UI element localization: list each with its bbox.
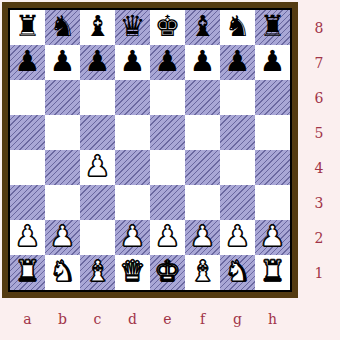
piece-bP-f7[interactable]: ♟	[190, 47, 216, 76]
rank-label-7: 7	[300, 45, 338, 80]
piece-bP-c7[interactable]: ♟	[85, 47, 111, 76]
square-a6[interactable]	[10, 80, 45, 115]
square-d4[interactable]	[115, 150, 150, 185]
piece-wB-c1[interactable]: ♝	[85, 257, 111, 286]
board-frame: ♜♞♝♛♚♝♞♜♟♟♟♟♟♟♟♟♟♟♟♟♟♟♟♟♜♞♝♛♚♝♞♜	[2, 2, 298, 298]
square-g1[interactable]: ♞	[220, 255, 255, 290]
square-e3[interactable]	[150, 185, 185, 220]
file-label-c: c	[80, 306, 115, 332]
piece-bR-a8[interactable]: ♜	[15, 12, 41, 41]
piece-wB-f1[interactable]: ♝	[190, 257, 216, 286]
piece-wK-e1[interactable]: ♚	[155, 257, 181, 286]
piece-wP-h2[interactable]: ♟	[260, 222, 286, 251]
square-b3[interactable]	[45, 185, 80, 220]
square-f4[interactable]	[185, 150, 220, 185]
square-f6[interactable]	[185, 80, 220, 115]
square-h4[interactable]	[255, 150, 290, 185]
square-d2[interactable]: ♟	[115, 220, 150, 255]
square-h8[interactable]: ♜	[255, 10, 290, 45]
rank-label-1: 1	[300, 255, 338, 290]
square-b5[interactable]	[45, 115, 80, 150]
square-g8[interactable]: ♞	[220, 10, 255, 45]
piece-bP-h7[interactable]: ♟	[260, 47, 286, 76]
square-e8[interactable]: ♚	[150, 10, 185, 45]
square-d1[interactable]: ♛	[115, 255, 150, 290]
square-e6[interactable]	[150, 80, 185, 115]
rank-label-2: 2	[300, 220, 338, 255]
square-a7[interactable]: ♟	[10, 45, 45, 80]
square-e7[interactable]: ♟	[150, 45, 185, 80]
square-b4[interactable]	[45, 150, 80, 185]
piece-bP-e7[interactable]: ♟	[155, 47, 181, 76]
piece-wR-h1[interactable]: ♜	[260, 257, 286, 286]
chess-board: ♜♞♝♛♚♝♞♜♟♟♟♟♟♟♟♟♟♟♟♟♟♟♟♟♜♞♝♛♚♝♞♜	[10, 10, 290, 290]
piece-wP-g2[interactable]: ♟	[225, 222, 251, 251]
square-h7[interactable]: ♟	[255, 45, 290, 80]
piece-wP-d2[interactable]: ♟	[120, 222, 146, 251]
square-c7[interactable]: ♟	[80, 45, 115, 80]
piece-bN-g8[interactable]: ♞	[225, 12, 251, 41]
square-a2[interactable]: ♟	[10, 220, 45, 255]
square-d6[interactable]	[115, 80, 150, 115]
piece-bP-g7[interactable]: ♟	[225, 47, 251, 76]
rank-labels: 87654321	[300, 10, 338, 290]
square-h3[interactable]	[255, 185, 290, 220]
chess-diagram: ♜♞♝♛♚♝♞♜♟♟♟♟♟♟♟♟♟♟♟♟♟♟♟♟♜♞♝♛♚♝♞♜ 8765432…	[0, 0, 340, 340]
piece-wP-e2[interactable]: ♟	[155, 222, 181, 251]
square-c3[interactable]	[80, 185, 115, 220]
square-f8[interactable]: ♝	[185, 10, 220, 45]
file-labels: abcdefgh	[10, 306, 290, 332]
square-e2[interactable]: ♟	[150, 220, 185, 255]
file-label-d: d	[115, 306, 150, 332]
piece-wN-b1[interactable]: ♞	[50, 257, 76, 286]
piece-bP-a7[interactable]: ♟	[15, 47, 41, 76]
square-a1[interactable]: ♜	[10, 255, 45, 290]
piece-bK-e8[interactable]: ♚	[155, 12, 181, 41]
rank-label-5: 5	[300, 115, 338, 150]
square-g6[interactable]	[220, 80, 255, 115]
square-d8[interactable]: ♛	[115, 10, 150, 45]
piece-wP-b2[interactable]: ♟	[50, 222, 76, 251]
file-label-g: g	[220, 306, 255, 332]
square-f2[interactable]: ♟	[185, 220, 220, 255]
square-g2[interactable]: ♟	[220, 220, 255, 255]
rank-label-8: 8	[300, 10, 338, 45]
file-label-e: e	[150, 306, 185, 332]
square-a8[interactable]: ♜	[10, 10, 45, 45]
square-d5[interactable]	[115, 115, 150, 150]
square-b6[interactable]	[45, 80, 80, 115]
piece-wP-a2[interactable]: ♟	[15, 222, 41, 251]
square-a4[interactable]	[10, 150, 45, 185]
piece-bQ-d8[interactable]: ♛	[120, 12, 146, 41]
square-c6[interactable]	[80, 80, 115, 115]
square-e5[interactable]	[150, 115, 185, 150]
square-a3[interactable]	[10, 185, 45, 220]
square-e1[interactable]: ♚	[150, 255, 185, 290]
square-b7[interactable]: ♟	[45, 45, 80, 80]
piece-bB-c8[interactable]: ♝	[85, 12, 111, 41]
piece-bN-b8[interactable]: ♞	[50, 12, 76, 41]
square-c5[interactable]	[80, 115, 115, 150]
rank-label-6: 6	[300, 80, 338, 115]
square-b8[interactable]: ♞	[45, 10, 80, 45]
rank-label-4: 4	[300, 150, 338, 185]
square-e4[interactable]	[150, 150, 185, 185]
board-frame-inner-line: ♜♞♝♛♚♝♞♜♟♟♟♟♟♟♟♟♟♟♟♟♟♟♟♟♜♞♝♛♚♝♞♜	[8, 8, 292, 292]
rank-label-3: 3	[300, 185, 338, 220]
square-f1[interactable]: ♝	[185, 255, 220, 290]
square-c8[interactable]: ♝	[80, 10, 115, 45]
square-g5[interactable]	[220, 115, 255, 150]
square-c2[interactable]	[80, 220, 115, 255]
piece-wP-c4[interactable]: ♟	[85, 152, 111, 181]
square-b2[interactable]: ♟	[45, 220, 80, 255]
piece-wP-f2[interactable]: ♟	[190, 222, 216, 251]
square-d3[interactable]	[115, 185, 150, 220]
square-g4[interactable]	[220, 150, 255, 185]
square-a5[interactable]	[10, 115, 45, 150]
file-label-b: b	[45, 306, 80, 332]
piece-wN-g1[interactable]: ♞	[225, 257, 251, 286]
square-f3[interactable]	[185, 185, 220, 220]
file-label-f: f	[185, 306, 220, 332]
piece-bB-f8[interactable]: ♝	[190, 12, 216, 41]
piece-bR-h8[interactable]: ♜	[260, 12, 286, 41]
square-h1[interactable]: ♜	[255, 255, 290, 290]
square-h5[interactable]	[255, 115, 290, 150]
piece-wQ-d1[interactable]: ♛	[120, 257, 146, 286]
piece-wR-a1[interactable]: ♜	[15, 257, 41, 286]
square-c4[interactable]: ♟	[80, 150, 115, 185]
piece-bP-b7[interactable]: ♟	[50, 47, 76, 76]
square-b1[interactable]: ♞	[45, 255, 80, 290]
square-g3[interactable]	[220, 185, 255, 220]
square-h2[interactable]: ♟	[255, 220, 290, 255]
square-c1[interactable]: ♝	[80, 255, 115, 290]
square-d7[interactable]: ♟	[115, 45, 150, 80]
square-f5[interactable]	[185, 115, 220, 150]
square-g7[interactable]: ♟	[220, 45, 255, 80]
square-f7[interactable]: ♟	[185, 45, 220, 80]
file-label-h: h	[255, 306, 290, 332]
square-h6[interactable]	[255, 80, 290, 115]
file-label-a: a	[10, 306, 45, 332]
piece-bP-d7[interactable]: ♟	[120, 47, 146, 76]
